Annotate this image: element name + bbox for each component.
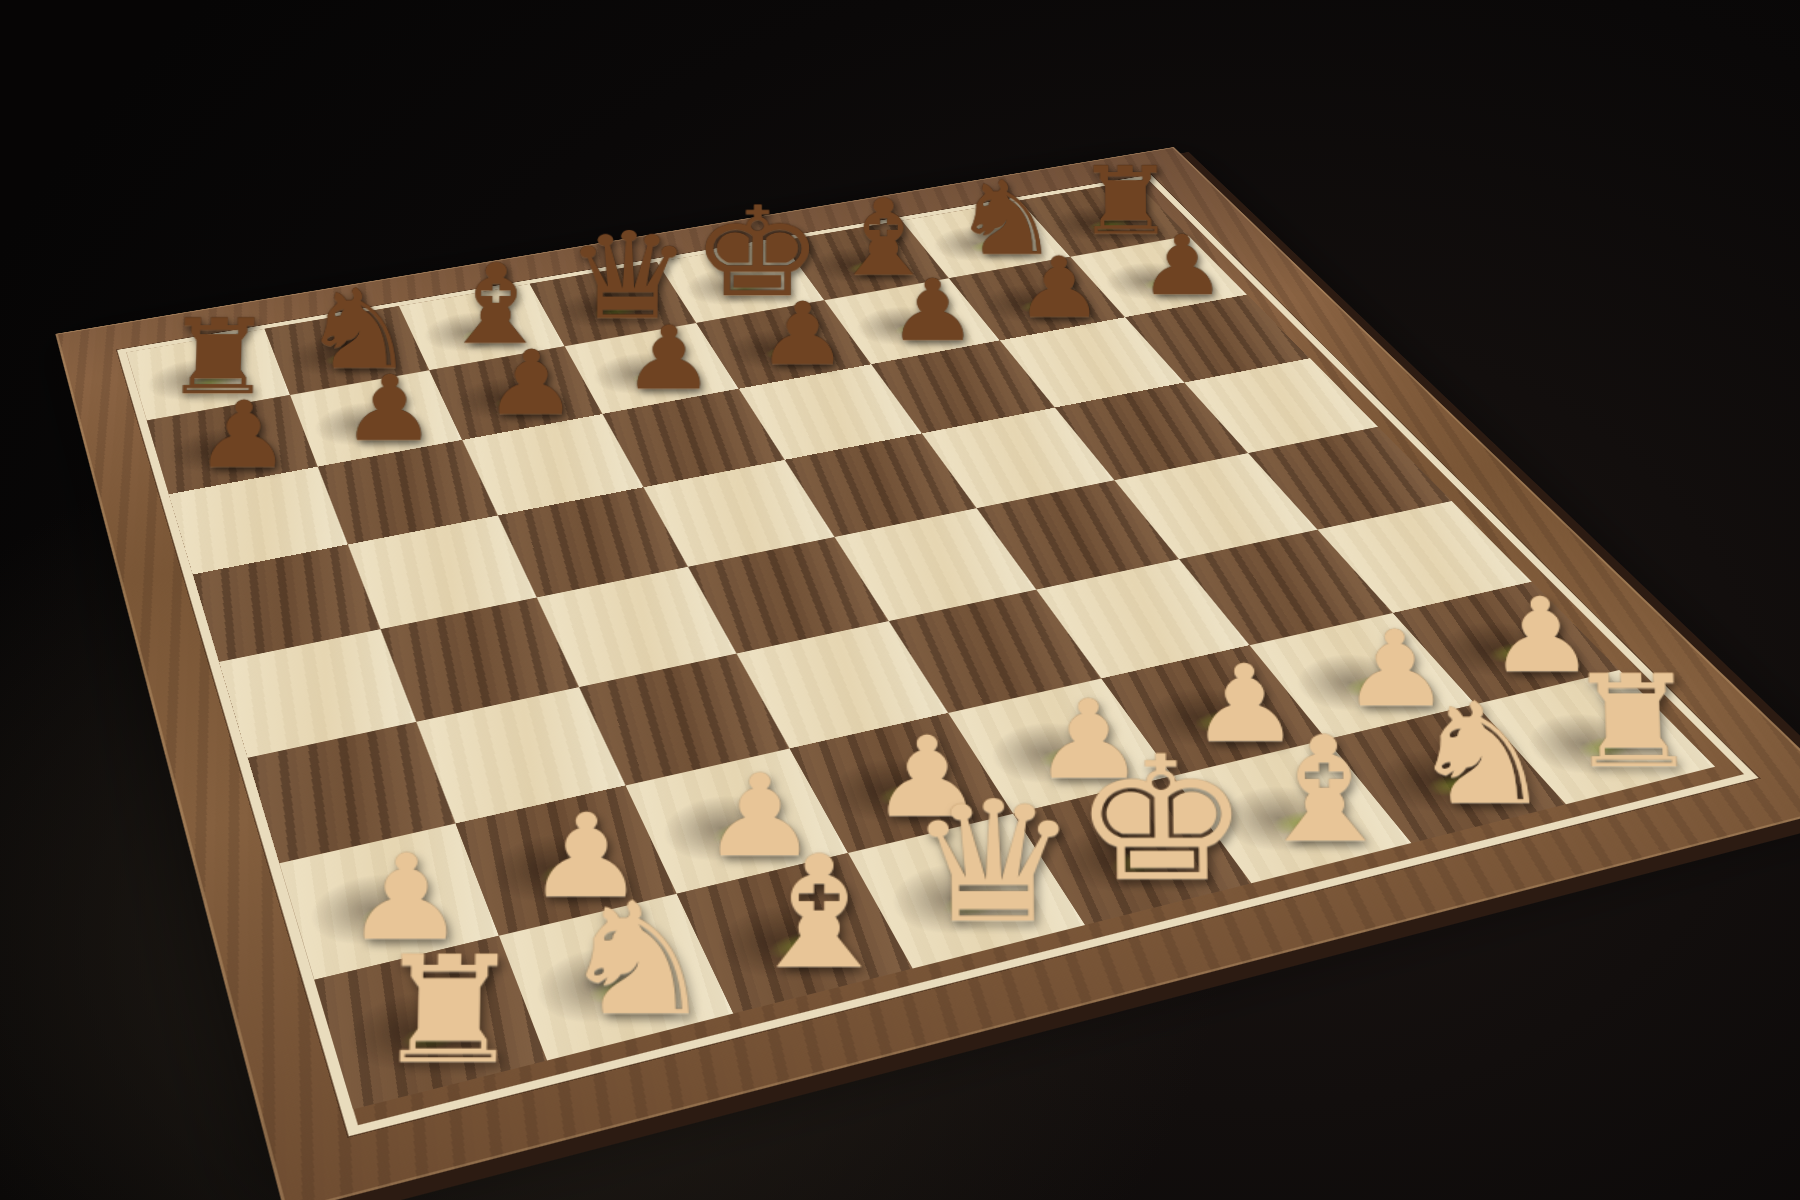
- piece-black-pawn-h7[interactable]: ♟: [1115, 225, 1250, 308]
- piece-white-rook-a1[interactable]: ♜: [349, 937, 548, 1085]
- piece-white-bishop-c1[interactable]: ♝: [724, 836, 914, 991]
- piece-white-queen-d1[interactable]: ♛: [901, 780, 1087, 948]
- piece-black-pawn-e7[interactable]: ♟: [733, 291, 873, 377]
- piece-black-pawn-d7[interactable]: ♟: [598, 315, 740, 403]
- square-c4[interactable]: [537, 567, 737, 687]
- piece-black-pawn-c7[interactable]: ♟: [459, 339, 604, 428]
- piece-black-pawn-a7[interactable]: ♟: [168, 389, 318, 481]
- board-frame: ♜♞♝♛♚♝♞♜♟♟♟♟♟♟♟♟♟♟♟♟♟♟♟♟♜♞♝♛♚♝♞♜: [55, 147, 1800, 1200]
- square-b4[interactable]: [381, 597, 580, 721]
- chess-board: ♜♞♝♛♚♝♞♜♟♟♟♟♟♟♟♟♟♟♟♟♟♟♟♟♜♞♝♛♚♝♞♜: [55, 147, 1800, 1200]
- piece-black-pawn-g7[interactable]: ♟: [991, 246, 1128, 330]
- piece-black-pawn-b7[interactable]: ♟: [315, 364, 463, 454]
- piece-white-rook-h1[interactable]: ♜: [1544, 658, 1721, 786]
- piece-white-knight-g1[interactable]: ♞: [1392, 684, 1571, 824]
- piece-black-pawn-f7[interactable]: ♟: [864, 268, 1002, 353]
- chess-photo-scene: ♜♞♝♛♚♝♞♜♟♟♟♟♟♟♟♟♟♟♟♟♟♟♟♟♜♞♝♛♚♝♞♜: [0, 0, 1800, 1200]
- piece-white-knight-b1[interactable]: ♞: [540, 881, 734, 1037]
- board-inlay-line: ♜♞♝♛♚♝♞♜♟♟♟♟♟♟♟♟♟♟♟♟♟♟♟♟♜♞♝♛♚♝♞♜: [117, 175, 1758, 1137]
- piece-white-king-e1[interactable]: ♚: [1070, 733, 1254, 905]
- board-squares: ♜♞♝♛♚♝♞♜♟♟♟♟♟♟♟♟♟♟♟♟♟♟♟♟♜♞♝♛♚♝♞♜: [126, 179, 1744, 1126]
- piece-white-bishop-f1[interactable]: ♝: [1234, 718, 1416, 864]
